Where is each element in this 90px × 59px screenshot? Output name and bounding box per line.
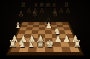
piece-black-k-e8[interactable]: ♚ bbox=[46, 3, 51, 9]
piece-black-n-f6[interactable]: ♞ bbox=[52, 12, 58, 19]
piece-white-b-a4[interactable]: ♝ bbox=[14, 22, 21, 30]
piece-white-p-g2[interactable]: ♟ bbox=[63, 33, 71, 42]
piece-white-b-c1[interactable]: ♝ bbox=[27, 40, 36, 50]
chess-app-window: ♜♝♛♚♝♜♟♟♟♟♟♟♟♞♞♟♝♟♞♟♟♟♟♟♟♟♜♞♝♛♚♜ bbox=[0, 0, 90, 59]
piece-black-p-g7[interactable]: ♟ bbox=[58, 8, 64, 14]
piece-black-p-h7[interactable]: ♟ bbox=[65, 8, 71, 14]
piece-black-p-b7[interactable]: ♟ bbox=[26, 8, 32, 14]
piece-white-r-h1[interactable]: ♜ bbox=[73, 40, 82, 50]
piece-white-r-a1[interactable]: ♜ bbox=[8, 40, 17, 50]
piece-black-p-a6[interactable]: ♟ bbox=[18, 12, 24, 19]
piece-black-p-d7[interactable]: ♟ bbox=[39, 8, 45, 14]
piece-white-n-b1[interactable]: ♞ bbox=[17, 40, 26, 50]
piece-white-p-e4[interactable]: ♟ bbox=[45, 22, 52, 30]
piece-white-p-f2[interactable]: ♟ bbox=[54, 33, 62, 42]
piece-white-q-d1[interactable]: ♛ bbox=[36, 40, 45, 50]
piece-black-n-c6[interactable]: ♞ bbox=[32, 12, 38, 19]
piece-white-k-e1[interactable]: ♚ bbox=[45, 40, 54, 50]
